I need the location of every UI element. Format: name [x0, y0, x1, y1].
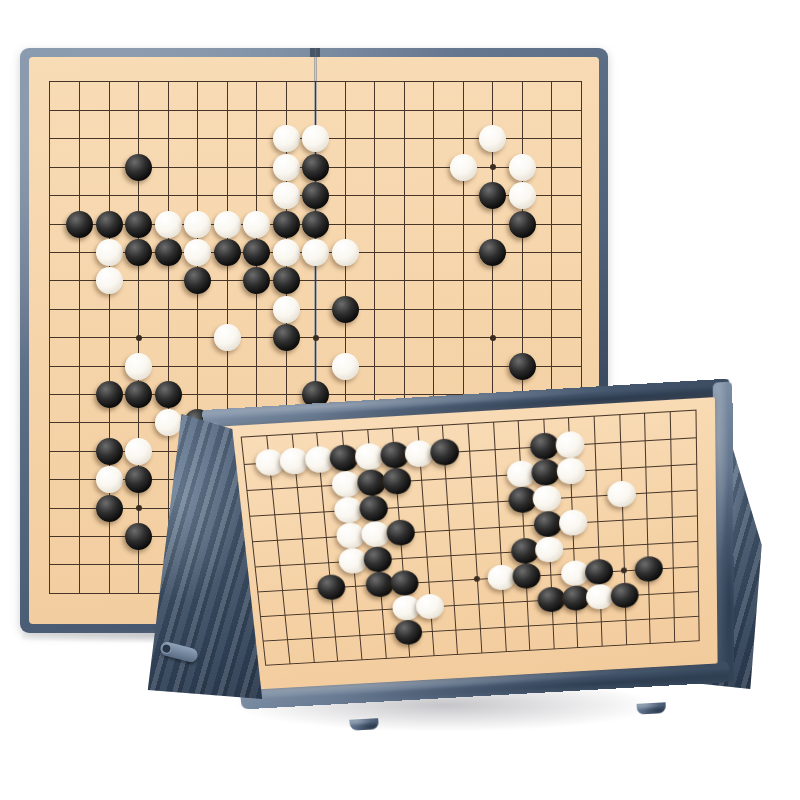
white-stone[interactable]: [155, 409, 182, 436]
product-photo: [0, 0, 800, 800]
star-point: [490, 164, 496, 170]
white-stone[interactable]: [96, 466, 123, 493]
black-stone[interactable]: [302, 182, 329, 209]
black-stone[interactable]: [243, 239, 270, 266]
black-stone[interactable]: [125, 154, 152, 181]
hinge-notch: [310, 48, 320, 57]
white-stone[interactable]: [214, 211, 241, 238]
black-stone[interactable]: [509, 353, 536, 380]
white-stone[interactable]: [96, 267, 123, 294]
white-stone[interactable]: [450, 154, 477, 181]
folded-go-board[interactable]: [218, 397, 718, 690]
black-stone[interactable]: [96, 438, 123, 465]
white-stone[interactable]: [125, 438, 152, 465]
white-stone[interactable]: [332, 239, 359, 266]
black-stone[interactable]: [66, 211, 93, 238]
star-point: [490, 335, 496, 341]
black-stone[interactable]: [479, 182, 506, 209]
white-stone[interactable]: [273, 125, 300, 152]
grid-line: [50, 309, 581, 310]
white-stone[interactable]: [184, 211, 211, 238]
grid-line: [50, 110, 581, 111]
black-stone[interactable]: [479, 239, 506, 266]
white-stone[interactable]: [302, 239, 329, 266]
white-stone[interactable]: [96, 239, 123, 266]
folded-board-surface[interactable]: [218, 397, 718, 690]
black-stone[interactable]: [96, 381, 123, 408]
black-stone[interactable]: [96, 211, 123, 238]
black-stone[interactable]: [273, 267, 300, 294]
black-stone[interactable]: [273, 324, 300, 351]
white-stone[interactable]: [332, 353, 359, 380]
peg-hole: [160, 643, 172, 655]
black-stone[interactable]: [125, 466, 152, 493]
black-stone[interactable]: [96, 495, 123, 522]
black-stone[interactable]: [273, 211, 300, 238]
black-stone[interactable]: [332, 296, 359, 323]
white-stone[interactable]: [214, 324, 241, 351]
black-stone[interactable]: [302, 154, 329, 181]
white-stone[interactable]: [273, 296, 300, 323]
black-stone[interactable]: [125, 211, 152, 238]
star-point: [313, 335, 319, 341]
black-stone[interactable]: [125, 523, 152, 550]
grid-line: [50, 280, 581, 281]
black-stone[interactable]: [214, 239, 241, 266]
black-stone[interactable]: [302, 211, 329, 238]
black-stone[interactable]: [509, 211, 536, 238]
white-stone[interactable]: [273, 182, 300, 209]
white-stone[interactable]: [184, 239, 211, 266]
white-stone[interactable]: [509, 182, 536, 209]
star-point: [136, 505, 142, 511]
black-stone[interactable]: [155, 381, 182, 408]
black-stone[interactable]: [155, 239, 182, 266]
white-stone[interactable]: [243, 211, 270, 238]
black-stone[interactable]: [125, 381, 152, 408]
white-stone[interactable]: [273, 154, 300, 181]
white-stone[interactable]: [125, 353, 152, 380]
white-stone[interactable]: [273, 239, 300, 266]
star-point: [136, 335, 142, 341]
black-stone[interactable]: [125, 239, 152, 266]
white-stone[interactable]: [509, 154, 536, 181]
white-stone[interactable]: [155, 211, 182, 238]
